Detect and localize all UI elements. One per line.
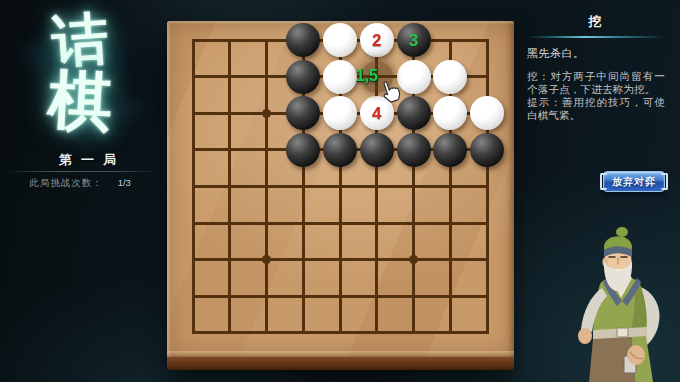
white-stone: [433, 60, 467, 94]
grid-line-horizontal: [192, 258, 489, 261]
puzzle-description-1: 挖：对方两子中间尚留有一个落子点，下进去称为挖。: [527, 70, 665, 96]
white-stone: [323, 60, 357, 94]
ink-calligraphy-art: 诘 棋: [8, 2, 152, 152]
black-stone: [286, 133, 320, 167]
grid-line-horizontal: [192, 222, 489, 225]
attempts-row: 此局挑战次数： 1/3: [0, 177, 160, 190]
right-panel: 挖 黑先杀白。 挖：对方两子中间尚留有一个落子点，下进去称为挖。 提示：善用挖的…: [527, 13, 665, 122]
attempts-value: 1/3: [118, 177, 131, 190]
white-stone: [397, 60, 431, 94]
round-label: 第一局: [0, 151, 184, 169]
white-stone: 2: [360, 23, 394, 57]
white-stone: [323, 23, 357, 57]
grid-line-vertical: [486, 39, 489, 335]
grid-line-horizontal: [192, 295, 489, 298]
white-stone: [470, 96, 504, 130]
black-stone: [433, 133, 467, 167]
resign-button[interactable]: 放弃对弈: [603, 171, 665, 192]
move-number-label: 4: [372, 105, 381, 122]
black-stone: 3: [397, 23, 431, 57]
npc-old-man-illustration: [560, 226, 676, 382]
grid-line-horizontal: [192, 331, 489, 334]
black-stone: [286, 60, 320, 94]
npc-left-hand: [578, 328, 592, 344]
go-board[interactable]: 2341,5: [167, 21, 514, 370]
black-stone: [286, 96, 320, 130]
board-front-face: [167, 357, 514, 370]
black-stone: [397, 133, 431, 167]
star-point: [262, 255, 271, 264]
black-stone: [323, 133, 357, 167]
grid-line-horizontal: [192, 185, 489, 188]
star-point: [409, 255, 418, 264]
attempts-label: 此局挑战次数：: [29, 177, 103, 190]
star-point: [262, 109, 271, 118]
title-divider: [527, 36, 665, 38]
puzzle-description-2: 提示：善用挖的技巧，可使白棋气紧。: [527, 96, 665, 122]
npc-belt-buckle: [617, 328, 628, 337]
puzzle-title: 挖: [527, 13, 665, 31]
black-stone: [360, 133, 394, 167]
npc-right-hand: [627, 345, 645, 365]
black-stone: [470, 133, 504, 167]
black-stone: [286, 23, 320, 57]
white-stone: [433, 96, 467, 130]
game-screen: 诘 棋 第一局 此局挑战次数： 1/3 2341,5 挖 黑先杀白。 挖：对方两…: [0, 0, 680, 382]
calligraphy-char-qi: 棋: [6, 64, 153, 137]
go-board-surface[interactable]: 2341,5: [167, 21, 514, 357]
white-stone: [323, 96, 357, 130]
npc-hat-topknot: [616, 227, 628, 237]
left-divider: [10, 171, 154, 172]
left-panel: 诘 棋 第一局 此局挑战次数： 1/3: [0, 0, 160, 382]
move-number-label: 3: [409, 32, 418, 49]
move-number-label: 2: [372, 32, 381, 49]
hover-move-label: 1,5: [356, 68, 378, 84]
puzzle-objective: 黑先杀白。: [527, 46, 665, 61]
